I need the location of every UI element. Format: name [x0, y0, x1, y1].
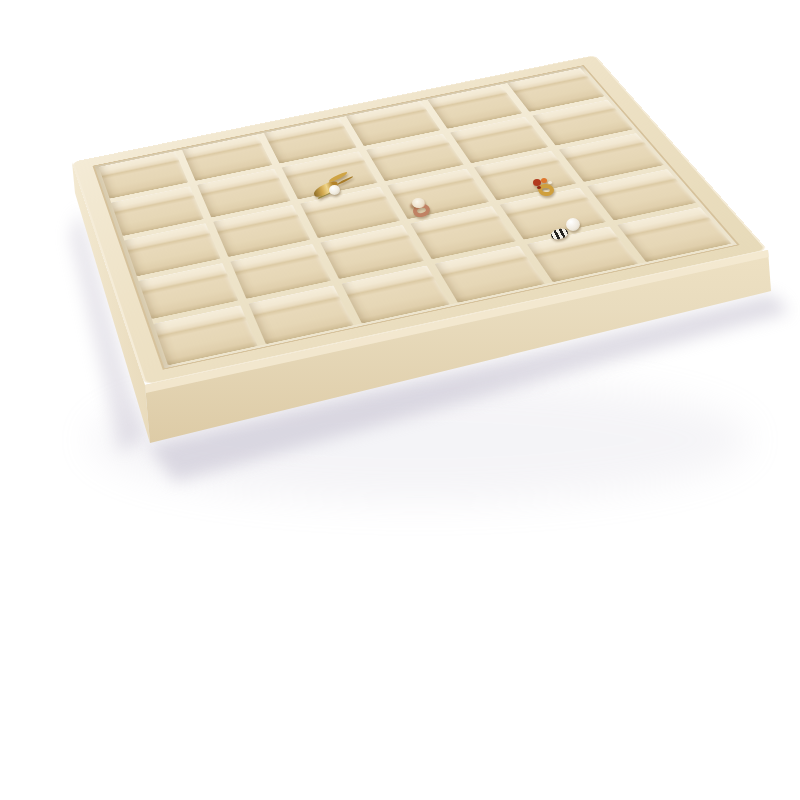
product-photo-stage	[0, 0, 800, 800]
